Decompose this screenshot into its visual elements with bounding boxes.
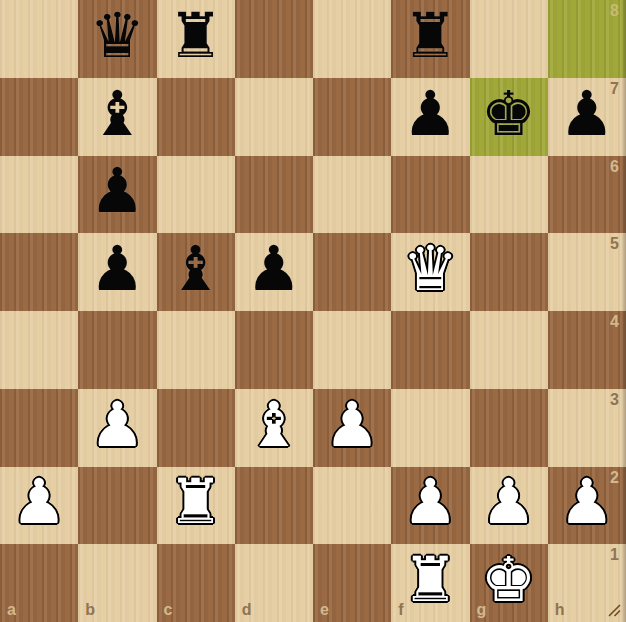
white-pawn[interactable]: ♟ <box>403 471 459 533</box>
black-pawn[interactable]: ♟ <box>403 83 459 145</box>
square-h4[interactable]: 4 <box>548 311 626 389</box>
black-bishop[interactable]: ♝ <box>168 238 224 300</box>
black-rook[interactable]: ♜ <box>168 5 224 67</box>
square-b6[interactable]: ♟ <box>78 156 156 234</box>
black-king[interactable]: ♚ <box>481 83 537 145</box>
white-pawn[interactable]: ♟ <box>481 471 537 533</box>
black-pawn[interactable]: ♟ <box>90 238 146 300</box>
square-b2[interactable] <box>78 467 156 545</box>
square-a5[interactable] <box>0 233 78 311</box>
square-g1[interactable]: ♚g <box>470 544 548 622</box>
black-bishop[interactable]: ♝ <box>90 83 146 145</box>
square-g2[interactable]: ♟ <box>470 467 548 545</box>
square-e3[interactable]: ♟ <box>313 389 391 467</box>
square-e4[interactable] <box>313 311 391 389</box>
white-pawn[interactable]: ♟ <box>324 394 380 456</box>
black-pawn[interactable]: ♟ <box>90 160 146 222</box>
black-pawn[interactable]: ♟ <box>559 83 615 145</box>
square-a1[interactable]: a <box>0 544 78 622</box>
white-rook[interactable]: ♜ <box>403 549 459 611</box>
file-label-d: d <box>242 601 252 619</box>
square-f8[interactable]: ♜ <box>391 0 469 78</box>
rank-label-3: 3 <box>610 391 619 409</box>
square-e2[interactable] <box>313 467 391 545</box>
square-d8[interactable] <box>235 0 313 78</box>
square-d5[interactable]: ♟ <box>235 233 313 311</box>
square-a8[interactable] <box>0 0 78 78</box>
square-c2[interactable]: ♜ <box>157 467 235 545</box>
white-bishop[interactable]: ♝ <box>246 394 302 456</box>
square-d3[interactable]: ♝ <box>235 389 313 467</box>
square-e8[interactable] <box>313 0 391 78</box>
file-label-e: e <box>320 601 329 619</box>
square-e7[interactable] <box>313 78 391 156</box>
square-d7[interactable] <box>235 78 313 156</box>
square-b5[interactable]: ♟ <box>78 233 156 311</box>
square-e6[interactable] <box>313 156 391 234</box>
white-rook[interactable]: ♜ <box>168 471 224 533</box>
square-f7[interactable]: ♟ <box>391 78 469 156</box>
square-b8[interactable]: ♛ <box>78 0 156 78</box>
square-a3[interactable] <box>0 389 78 467</box>
square-f6[interactable] <box>391 156 469 234</box>
square-c1[interactable]: c <box>157 544 235 622</box>
rank-label-5: 5 <box>610 235 619 253</box>
rank-label-8: 8 <box>610 2 619 20</box>
square-c5[interactable]: ♝ <box>157 233 235 311</box>
white-pawn[interactable]: ♟ <box>559 471 615 533</box>
square-g8[interactable] <box>470 0 548 78</box>
square-f2[interactable]: ♟ <box>391 467 469 545</box>
square-h3[interactable]: 3 <box>548 389 626 467</box>
rank-label-6: 6 <box>610 158 619 176</box>
square-b1[interactable]: b <box>78 544 156 622</box>
square-g5[interactable] <box>470 233 548 311</box>
white-king[interactable]: ♚ <box>481 549 537 611</box>
square-b3[interactable]: ♟ <box>78 389 156 467</box>
square-g3[interactable] <box>470 389 548 467</box>
square-b7[interactable]: ♝ <box>78 78 156 156</box>
square-f1[interactable]: ♜f <box>391 544 469 622</box>
square-f5[interactable]: ♛ <box>391 233 469 311</box>
square-e5[interactable] <box>313 233 391 311</box>
square-a7[interactable] <box>0 78 78 156</box>
square-h5[interactable]: 5 <box>548 233 626 311</box>
square-b4[interactable] <box>78 311 156 389</box>
square-e1[interactable]: e <box>313 544 391 622</box>
black-queen[interactable]: ♛ <box>90 5 146 67</box>
square-h6[interactable]: 6 <box>548 156 626 234</box>
black-rook[interactable]: ♜ <box>403 5 459 67</box>
square-c4[interactable] <box>157 311 235 389</box>
file-label-c: c <box>164 601 173 619</box>
square-c8[interactable]: ♜ <box>157 0 235 78</box>
square-h2[interactable]: ♟2 <box>548 467 626 545</box>
file-label-a: a <box>7 601 16 619</box>
white-pawn[interactable]: ♟ <box>90 394 146 456</box>
square-a6[interactable] <box>0 156 78 234</box>
square-c3[interactable] <box>157 389 235 467</box>
square-f3[interactable] <box>391 389 469 467</box>
square-d4[interactable] <box>235 311 313 389</box>
square-g7[interactable]: ♚ <box>470 78 548 156</box>
square-a4[interactable] <box>0 311 78 389</box>
white-pawn[interactable]: ♟ <box>11 471 67 533</box>
square-a2[interactable]: ♟ <box>0 467 78 545</box>
file-label-b: b <box>85 601 95 619</box>
square-g6[interactable] <box>470 156 548 234</box>
square-d2[interactable] <box>235 467 313 545</box>
board-resize-handle[interactable] <box>606 602 622 618</box>
rank-label-1: 1 <box>610 546 619 564</box>
square-d6[interactable] <box>235 156 313 234</box>
square-c7[interactable] <box>157 78 235 156</box>
file-label-h: h <box>555 601 565 619</box>
black-pawn[interactable]: ♟ <box>246 238 302 300</box>
square-h7[interactable]: ♟7 <box>548 78 626 156</box>
rank-label-4: 4 <box>610 313 619 331</box>
white-queen[interactable]: ♛ <box>403 238 459 300</box>
square-h8[interactable]: 8 <box>548 0 626 78</box>
square-g4[interactable] <box>470 311 548 389</box>
square-f4[interactable] <box>391 311 469 389</box>
square-d1[interactable]: d <box>235 544 313 622</box>
chess-board: ♛♜♜8♝♟♚♟7♟6♟♝♟♛54♟♝♟3♟♜♟♟♟2abcde♜f♚gh1 <box>0 0 626 622</box>
square-c6[interactable] <box>157 156 235 234</box>
